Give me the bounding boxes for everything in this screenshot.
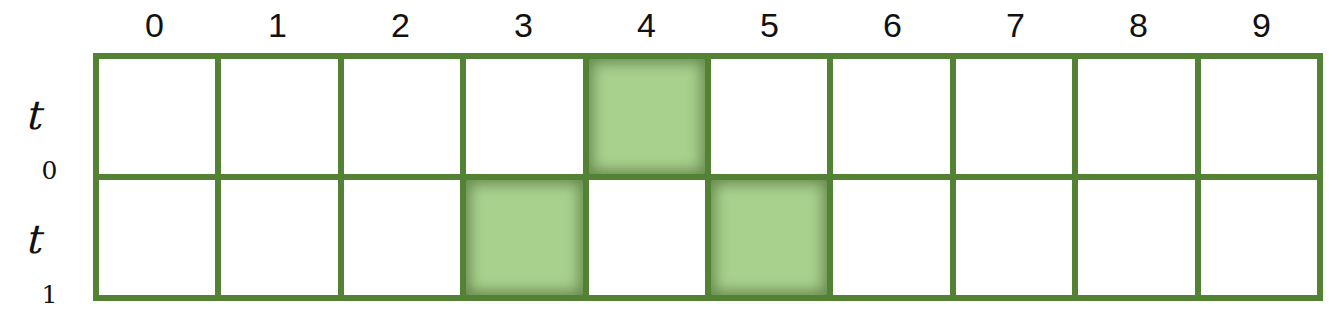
column-header-5: 5 [708,0,831,50]
row-label-t1: t1 [0,177,82,301]
column-header-3: 3 [462,0,585,50]
cell-t1-col3-filled [466,180,582,295]
column-header-7: 7 [954,0,1077,50]
time-step-grid-diagram: 0 1 2 3 4 5 6 7 8 9 t0 t1 [0,0,1336,330]
cell-t1-col1-empty [221,180,337,295]
column-header-2: 2 [339,0,462,50]
cell-t0-col7-empty [956,59,1072,174]
column-header-1: 1 [216,0,339,50]
row-label-t1-subscript: 1 [42,282,58,307]
cell-t1-col9-empty [1201,180,1317,295]
cell-t0-col0-empty [99,59,215,174]
column-header-4: 4 [585,0,708,50]
row-label-t0-subscript: 0 [42,158,58,183]
column-header-row: 0 1 2 3 4 5 6 7 8 9 [93,0,1323,50]
cell-t1-col0-empty [99,180,215,295]
cell-t0-col8-empty [1078,59,1194,174]
column-header-9: 9 [1200,0,1323,50]
cell-t0-col5-empty [711,59,827,174]
cell-t0-col4-filled [589,59,705,174]
column-header-0: 0 [93,0,216,50]
cell-t0-col9-empty [1201,59,1317,174]
row-label-t0: t0 [0,53,82,177]
cell-t1-col5-filled [711,180,827,295]
cell-t1-col2-empty [344,180,460,295]
row-label-t0-base: t [25,95,41,135]
row-label-t1-base: t [25,219,41,259]
cell-t1-col4-empty [589,180,705,295]
cell-t0-col2-empty [344,59,460,174]
cell-t0-col1-empty [221,59,337,174]
cell-t0-col6-empty [833,59,949,174]
cell-t1-col8-empty [1078,180,1194,295]
column-header-6: 6 [831,0,954,50]
cell-t1-col7-empty [956,180,1072,295]
row-label-column: t0 t1 [0,53,82,301]
cell-t1-col6-empty [833,180,949,295]
cell-t0-col3-empty [466,59,582,174]
column-header-8: 8 [1077,0,1200,50]
cell-grid [93,53,1323,301]
